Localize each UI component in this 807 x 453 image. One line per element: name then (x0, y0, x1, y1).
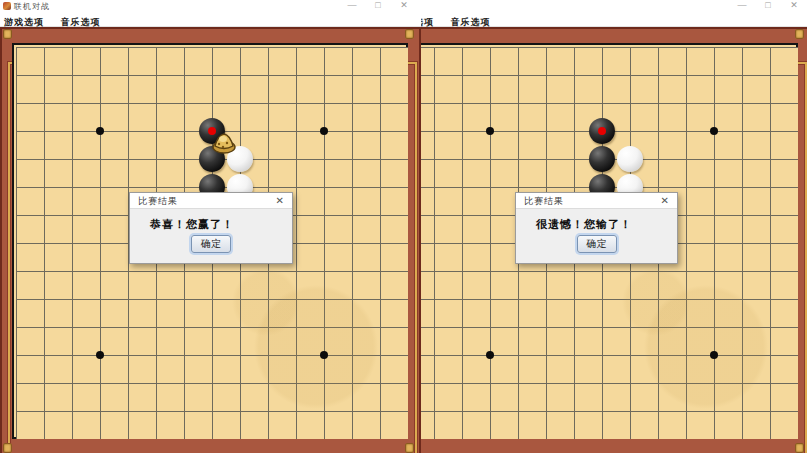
black-stone (589, 146, 615, 172)
last-move-marker (598, 127, 606, 135)
white-stone (617, 146, 643, 172)
result-dialog: 比赛结果 ✕ 恭喜！您赢了！ 确定 (129, 192, 293, 264)
title-bar[interactable]: — □ ✕ (390, 0, 807, 11)
ok-button[interactable]: 确定 (191, 235, 231, 253)
corner-ornament (3, 443, 12, 453)
corner-ornament (795, 29, 804, 39)
ok-button[interactable]: 确定 (577, 235, 617, 253)
star-point (486, 127, 494, 135)
dialog-title: 比赛结果 (524, 196, 564, 206)
star-point (320, 351, 328, 359)
corner-ornament (3, 29, 12, 39)
app-icon (3, 2, 11, 10)
star-point (96, 127, 104, 135)
result-message: 恭喜！您赢了！ (150, 217, 234, 232)
close-button[interactable]: ✕ (781, 0, 807, 11)
result-message: 很遗憾！您输了！ (536, 217, 632, 232)
minimize-button[interactable]: — (339, 0, 365, 11)
gold-ingot-cursor-icon (210, 127, 240, 155)
right-game-window: — □ ✕ 游戏选项 音乐选项 比赛结果 ✕ 很遗憾！您输了！ 确定 (390, 0, 807, 453)
minimize-button[interactable]: — (729, 0, 755, 11)
left-game-window: 联机对战 — □ ✕ 游戏选项 音乐选项 比赛结果 ✕ 恭喜！您赢了！ 确定 (0, 0, 421, 453)
menu-bar: 游戏选项 音乐选项 (390, 11, 807, 27)
star-point (710, 351, 718, 359)
dialog-title: 比赛结果 (138, 196, 178, 206)
corner-ornament (795, 443, 804, 453)
star-point (486, 351, 494, 359)
maximize-button[interactable]: □ (365, 0, 391, 11)
corner-ornament (405, 29, 414, 39)
dialog-title-bar[interactable]: 比赛结果 ✕ (130, 193, 292, 209)
corner-ornament (405, 443, 414, 453)
black-stone (589, 118, 615, 144)
menu-bar: 游戏选项 音乐选项 (0, 11, 421, 27)
star-point (710, 127, 718, 135)
star-point (96, 351, 104, 359)
result-dialog: 比赛结果 ✕ 很遗憾！您输了！ 确定 (515, 192, 678, 264)
title-bar[interactable]: 联机对战 — □ ✕ (0, 0, 421, 11)
close-button[interactable]: ✕ (391, 0, 417, 11)
dialog-close-icon[interactable]: ✕ (661, 193, 670, 209)
maximize-button[interactable]: □ (755, 0, 781, 11)
dialog-title-bar[interactable]: 比赛结果 ✕ (516, 193, 677, 209)
dialog-close-icon[interactable]: ✕ (276, 193, 285, 209)
star-point (320, 127, 328, 135)
